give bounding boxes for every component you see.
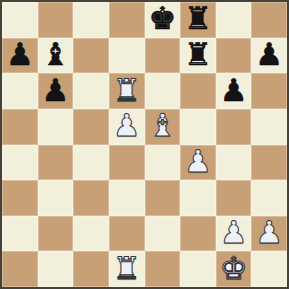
square-h3[interactable]	[251, 180, 287, 216]
square-c2[interactable]	[73, 216, 109, 252]
white-pawn-d5[interactable]: ♟	[113, 110, 141, 141]
square-e3[interactable]	[145, 180, 181, 216]
square-e2[interactable]	[145, 216, 181, 252]
square-h7[interactable]: ♟	[251, 38, 287, 74]
square-g3[interactable]	[216, 180, 252, 216]
square-h2[interactable]: ♟	[251, 216, 287, 252]
black-pawn-h7[interactable]: ♟	[255, 39, 283, 70]
square-g1[interactable]: ♚	[216, 251, 252, 287]
square-f7[interactable]: ♜	[180, 38, 216, 74]
square-g2[interactable]: ♟	[216, 216, 252, 252]
square-f6[interactable]	[180, 73, 216, 109]
white-rook-d6[interactable]: ♜	[113, 75, 141, 106]
square-b1[interactable]	[38, 251, 74, 287]
square-c7[interactable]	[73, 38, 109, 74]
square-a6[interactable]	[2, 73, 38, 109]
square-b6[interactable]: ♟	[38, 73, 74, 109]
square-d6[interactable]: ♜	[109, 73, 145, 109]
square-a4[interactable]	[2, 145, 38, 181]
square-d4[interactable]	[109, 145, 145, 181]
white-pawn-h2[interactable]: ♟	[255, 217, 283, 248]
black-pawn-b6[interactable]: ♟	[42, 75, 70, 106]
square-e1[interactable]	[145, 251, 181, 287]
square-h8[interactable]	[251, 2, 287, 38]
square-e5[interactable]: ♝	[145, 109, 181, 145]
square-f3[interactable]	[180, 180, 216, 216]
white-bishop-e5[interactable]: ♝	[148, 110, 176, 141]
square-f1[interactable]	[180, 251, 216, 287]
square-e4[interactable]	[145, 145, 181, 181]
square-d3[interactable]	[109, 180, 145, 216]
black-rook-f8[interactable]: ♜	[184, 3, 212, 34]
square-c3[interactable]	[73, 180, 109, 216]
square-d5[interactable]: ♟	[109, 109, 145, 145]
square-g7[interactable]	[216, 38, 252, 74]
square-a7[interactable]: ♟	[2, 38, 38, 74]
square-a1[interactable]	[2, 251, 38, 287]
square-f5[interactable]	[180, 109, 216, 145]
square-a8[interactable]	[2, 2, 38, 38]
square-c8[interactable]	[73, 2, 109, 38]
square-a2[interactable]	[2, 216, 38, 252]
square-b2[interactable]	[38, 216, 74, 252]
black-bishop-b7[interactable]: ♝	[42, 39, 70, 70]
black-king-e8[interactable]: ♚	[148, 3, 176, 34]
white-king-g1[interactable]: ♚	[220, 253, 248, 284]
square-e6[interactable]	[145, 73, 181, 109]
black-pawn-g6[interactable]: ♟	[220, 75, 248, 106]
chess-board-window: ♚♜♟♝♜♟♟♜♟♟♝♟♟♟♜♚	[0, 0, 289, 289]
square-e8[interactable]: ♚	[145, 2, 181, 38]
black-rook-f7[interactable]: ♜	[184, 39, 212, 70]
square-b3[interactable]	[38, 180, 74, 216]
square-c5[interactable]	[73, 109, 109, 145]
chess-board: ♚♜♟♝♜♟♟♜♟♟♝♟♟♟♜♚	[0, 0, 289, 289]
square-h1[interactable]	[251, 251, 287, 287]
square-f8[interactable]: ♜	[180, 2, 216, 38]
square-c6[interactable]	[73, 73, 109, 109]
square-g6[interactable]: ♟	[216, 73, 252, 109]
square-d2[interactable]	[109, 216, 145, 252]
square-g5[interactable]	[216, 109, 252, 145]
square-d7[interactable]	[109, 38, 145, 74]
square-c1[interactable]	[73, 251, 109, 287]
square-a3[interactable]	[2, 180, 38, 216]
square-d1[interactable]: ♜	[109, 251, 145, 287]
square-d8[interactable]	[109, 2, 145, 38]
square-e7[interactable]	[145, 38, 181, 74]
square-h6[interactable]	[251, 73, 287, 109]
square-b7[interactable]: ♝	[38, 38, 74, 74]
square-h4[interactable]	[251, 145, 287, 181]
square-h5[interactable]	[251, 109, 287, 145]
square-g8[interactable]	[216, 2, 252, 38]
black-pawn-a7[interactable]: ♟	[6, 39, 34, 70]
square-a5[interactable]	[2, 109, 38, 145]
white-pawn-g2[interactable]: ♟	[220, 217, 248, 248]
square-b5[interactable]	[38, 109, 74, 145]
square-b4[interactable]	[38, 145, 74, 181]
square-g4[interactable]	[216, 145, 252, 181]
white-rook-d1[interactable]: ♜	[113, 253, 141, 284]
square-b8[interactable]	[38, 2, 74, 38]
square-f2[interactable]	[180, 216, 216, 252]
square-f4[interactable]: ♟	[180, 145, 216, 181]
white-pawn-f4[interactable]: ♟	[184, 146, 212, 177]
square-c4[interactable]	[73, 145, 109, 181]
